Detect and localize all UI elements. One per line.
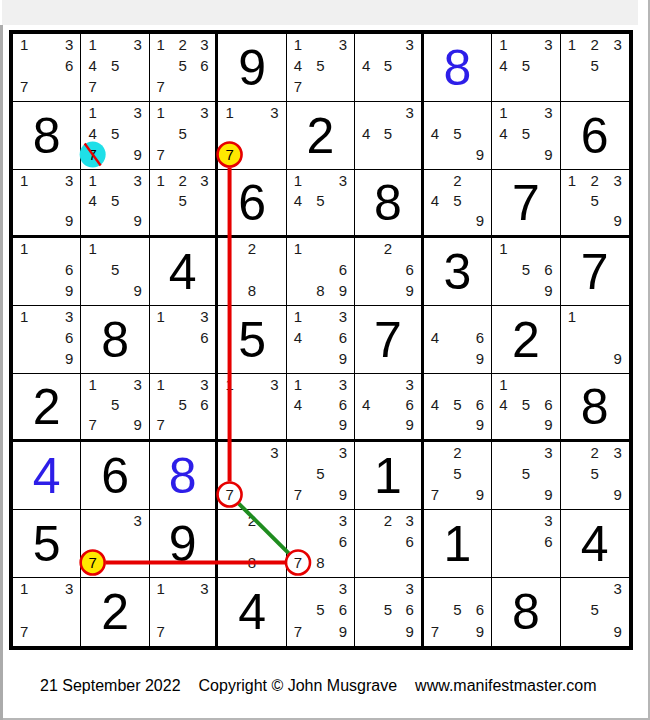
candidate-digit [13,280,35,301]
candidate-digit: 9 [58,211,80,231]
candidate-digit [309,578,331,599]
pencil-marks: 359 [561,578,629,642]
candidate-digit [446,578,468,599]
candidate-digit: 2 [241,510,263,531]
cell-r4c8[interactable]: 1569 [492,238,560,306]
candidate-digit [126,55,148,76]
candidate-digit: 7 [287,484,309,505]
pencil-marks: 345 [355,102,420,165]
candidate-digit [13,327,35,348]
candidate-digit [515,102,537,123]
candidate-digit [218,510,240,531]
cell-r5c6[interactable]: 7 [355,306,423,374]
solved-digit: 8 [101,315,129,365]
cell-r9c1[interactable]: 137 [13,578,81,646]
pencil-marks: 269 [355,238,420,301]
candidate-digit [287,599,309,620]
cell-r1c2[interactable]: 13457 [81,34,149,102]
candidate-digit [377,578,399,599]
cell-r2c8[interactable]: 13459 [492,102,560,170]
pencil-marks: 459 [424,102,491,165]
candidate-digit [172,348,194,369]
candidate-digit: 5 [515,123,537,144]
candidate-digit: 6 [194,327,216,348]
cell-r6c4[interactable]: 13 [218,374,286,442]
cell-r3c7[interactable]: 2459 [424,170,492,238]
candidate-digit [150,211,172,231]
cell-r6c3[interactable]: 13567 [150,374,218,442]
candidate-digit [377,34,399,55]
candidate-digit: 1 [150,374,172,394]
candidate-digit: 4 [81,123,103,144]
cell-r6c5[interactable]: 13469 [287,374,355,442]
cell-r2c7[interactable]: 459 [424,102,492,170]
candidate-digit: 7 [13,621,35,642]
candidate-digit [309,348,331,369]
cell-r9c4[interactable]: 4 [218,578,286,646]
cell-r1c3[interactable]: 123567 [150,34,218,102]
cell-r5c8[interactable]: 2 [492,306,560,374]
cell-r4c3[interactable]: 4 [150,238,218,306]
candidate-digit [606,55,629,76]
candidate-digit [287,531,309,552]
pencil-marks: 4569 [424,374,491,435]
candidate-digit [287,348,309,369]
candidate-digit: 9 [537,144,559,165]
pencil-marks: 345 [355,34,420,97]
candidate-digit [81,510,103,531]
candidate-digit [583,306,606,327]
cell-r6c9[interactable]: 8 [561,374,629,442]
cell-r3c9[interactable]: 12359 [561,170,629,238]
candidate-digit [263,463,285,484]
cell-r5c1[interactable]: 1369 [13,306,81,374]
candidate-digit [561,578,584,599]
candidate-digit [309,327,331,348]
candidate-digit [515,552,537,573]
candidate-digit [35,327,57,348]
cell-r1c6[interactable]: 345 [355,34,423,102]
cell-r1c4[interactable]: 9 [218,34,286,102]
candidate-digit [218,442,240,463]
candidate-digit: 5 [104,190,126,210]
cell-r3c5[interactable]: 1345 [287,170,355,238]
candidate-digit: 6 [332,531,354,552]
cell-r6c2[interactable]: 13579 [81,374,149,442]
candidate-digit [150,190,172,210]
pencil-marks: 28 [218,238,285,301]
candidate-digit [35,55,57,76]
candidate-digit [537,552,559,573]
cell-r2c3[interactable]: 1357 [150,102,218,170]
pencil-marks: 13457 [287,34,354,97]
cell-r1c1[interactable]: 1367 [13,34,81,102]
candidate-digit [446,211,468,231]
candidate-digit [241,102,263,123]
cell-r6c6[interactable]: 3469 [355,374,423,442]
cell-r2c2[interactable]: 134579 [81,102,149,170]
cell-r1c7[interactable]: 8 [424,34,492,102]
candidate-digit: 9 [399,621,421,642]
candidate-digit [287,211,309,231]
cell-r8c3[interactable]: 9 [150,510,218,578]
solved-digit: 2 [307,111,335,161]
pencil-marks: 13459 [492,102,559,165]
cell-r5c5[interactable]: 13469 [287,306,355,374]
candidate-digit: 8 [241,280,263,301]
candidate-digit: 5 [172,394,194,414]
pencil-marks: 139 [13,170,80,231]
candidate-digit [309,531,331,552]
candidate-digit: 9 [332,348,354,369]
cell-r7c9[interactable]: 2359 [561,442,629,510]
candidate-digit: 5 [309,55,331,76]
candidate-digit: 7 [81,552,103,573]
candidate-digit [150,55,172,76]
candidate-digit [399,55,421,76]
candidate-digit [194,123,216,144]
candidate-digit [263,280,285,301]
candidate-digit [126,238,148,259]
candidate-digit [309,34,331,55]
candidate-digit: 4 [492,55,514,76]
candidate-digit [172,211,194,231]
candidate-digit: 7 [81,415,103,435]
pencil-marks: 137 [218,102,285,165]
candidate-digit: 3 [126,34,148,55]
cell-r3c2[interactable]: 13459 [81,170,149,238]
candidate-digit: 3 [332,306,354,327]
cell-r5c4[interactable]: 5 [218,306,286,374]
candidate-digit [355,34,377,55]
candidate-digit: 1 [492,102,514,123]
solved-digit: 2 [101,587,129,637]
candidate-digit [446,306,468,327]
cell-r1c5[interactable]: 13457 [287,34,355,102]
candidate-digit [446,102,468,123]
cell-r8c7[interactable]: 1 [424,510,492,578]
pencil-marks: 137 [150,578,215,642]
candidate-digit [218,552,240,573]
cell-r4c7[interactable]: 3 [424,238,492,306]
candidate-digit [287,510,309,531]
candidate-digit: 4 [287,190,309,210]
candidate-digit [150,327,172,348]
cell-r8c4[interactable]: 28 [218,510,286,578]
candidate-digit [492,144,514,165]
solved-digit: 4 [238,587,266,637]
candidate-digit [355,374,377,394]
candidate-digit: 1 [561,306,584,327]
candidate-digit [194,415,216,435]
candidate-digit [218,531,240,552]
candidate-digit [35,76,57,97]
cell-r4c1[interactable]: 169 [13,238,81,306]
candidate-digit: 5 [446,123,468,144]
candidate-digit: 6 [58,327,80,348]
cell-r7c2[interactable]: 6 [81,442,149,510]
candidate-digit [583,621,606,642]
cell-r4c9[interactable]: 7 [561,238,629,306]
candidate-digit: 3 [263,374,285,394]
candidate-digit [309,259,331,280]
candidate-digit [35,280,57,301]
pencil-marks: 37 [218,442,285,505]
cell-r2c5[interactable]: 2 [287,102,355,170]
candidate-digit: 1 [13,34,35,55]
cell-r1c9[interactable]: 1235 [561,34,629,102]
candidate-digit [104,374,126,394]
candidate-digit: 1 [150,34,172,55]
candidate-digit [606,599,629,620]
candidate-digit [309,415,331,435]
cell-r4c2[interactable]: 159 [81,238,149,306]
cell-r2c9[interactable]: 6 [561,102,629,170]
pencil-marks: 1235 [150,170,215,231]
candidate-digit [194,76,216,97]
candidate-digit [35,599,57,620]
pencil-marks: 28 [218,510,285,573]
candidate-digit [126,531,148,552]
cell-r8c8[interactable]: 36 [492,510,560,578]
cell-r2c1[interactable]: 8 [13,102,81,170]
candidate-digit [561,463,584,484]
cell-r1c8[interactable]: 1345 [492,34,560,102]
candidate-digit: 1 [81,170,103,190]
candidate-digit [309,170,331,190]
cell-r4c6[interactable]: 269 [355,238,423,306]
candidate-digit: 3 [332,510,354,531]
candidate-digit: 3 [126,510,148,531]
candidate-digit: 9 [469,211,491,231]
candidate-digit [537,463,559,484]
candidate-digit [424,170,446,190]
candidate-digit: 1 [561,34,584,55]
candidate-digit [583,76,606,97]
candidate-digit [13,211,35,231]
candidate-digit: 3 [332,442,354,463]
cell-r7c1[interactable]: 4 [13,442,81,510]
candidate-digit: 3 [126,102,148,123]
candidate-digit: 6 [194,55,216,76]
cell-r5c9[interactable]: 19 [561,306,629,374]
candidate-digit [492,531,514,552]
cell-r8c1[interactable]: 5 [13,510,81,578]
candidate-digit: 4 [287,55,309,76]
candidate-digit: 1 [218,374,240,394]
candidate-digit [172,621,194,642]
candidate-digit [561,55,584,76]
cell-r7c3[interactable]: 8 [150,442,218,510]
pencil-marks: 13457 [81,34,148,97]
pencil-marks: 1369 [13,306,80,369]
candidate-digit [515,34,537,55]
candidate-digit [583,484,606,505]
pencil-marks: 134579 [81,102,148,165]
cell-r6c8[interactable]: 14569 [492,374,560,442]
candidate-digit [561,327,584,348]
candidate-digit [355,510,377,531]
candidate-digit: 3 [332,578,354,599]
candidate-digit [515,415,537,435]
cell-r9c2[interactable]: 2 [81,578,149,646]
cell-r9c3[interactable]: 137 [150,578,218,646]
candidate-digit: 5 [583,55,606,76]
candidate-digit [492,259,514,280]
cell-r5c7[interactable]: 469 [424,306,492,374]
cell-r7c5[interactable]: 3579 [287,442,355,510]
pencil-marks: 13469 [287,306,354,369]
candidate-digit [355,415,377,435]
candidate-digit [241,374,263,394]
candidate-digit: 5 [446,599,468,620]
candidate-digit [446,327,468,348]
cell-r8c9[interactable]: 4 [561,510,629,578]
candidate-digit: 7 [287,621,309,642]
cell-r3c6[interactable]: 8 [355,170,423,238]
candidate-digit [377,259,399,280]
candidate-digit [104,280,126,301]
candidate-digit: 1 [150,170,172,190]
candidate-digit: 6 [332,599,354,620]
candidate-digit: 9 [126,415,148,435]
cell-r8c2[interactable]: 37 [81,510,149,578]
solved-digit: 2 [512,315,540,365]
candidate-digit [515,144,537,165]
candidate-digit [35,348,57,369]
solved-digit: 7 [512,178,540,228]
cell-r6c1[interactable]: 2 [13,374,81,442]
candidate-digit [287,442,309,463]
cell-r7c8[interactable]: 359 [492,442,560,510]
candidate-digit: 5 [104,55,126,76]
candidate-digit: 9 [399,415,421,435]
candidate-digit: 3 [606,442,629,463]
candidate-digit [263,238,285,259]
cell-r2c6[interactable]: 345 [355,102,423,170]
candidate-digit: 8 [309,552,331,573]
candidate-digit [218,259,240,280]
cell-r7c6[interactable]: 1 [355,442,423,510]
pencil-marks: 1689 [287,238,354,301]
candidate-digit: 9 [469,621,491,642]
candidate-digit: 1 [13,170,35,190]
candidate-digit [218,394,240,414]
cell-r3c8[interactable]: 7 [492,170,560,238]
cell-r4c4[interactable]: 28 [218,238,286,306]
solved-digit: 7 [374,315,402,365]
candidate-digit [492,442,514,463]
candidate-digit: 9 [537,415,559,435]
candidate-digit [377,102,399,123]
cell-r9c7[interactable]: 5679 [424,578,492,646]
candidate-digit: 2 [377,238,399,259]
candidate-digit [446,374,468,394]
candidate-digit [424,306,446,327]
cell-r8c5[interactable]: 3678 [287,510,355,578]
cell-r9c8[interactable]: 8 [492,578,560,646]
pencil-marks: 35679 [287,578,354,642]
candidate-digit [446,415,468,435]
sudoku-board[interactable]: 1367134571235679134573458134512358134579… [9,30,633,650]
candidate-digit [561,211,584,231]
candidate-digit [561,76,584,97]
candidate-digit: 1 [492,238,514,259]
candidate-digit [355,238,377,259]
candidate-digit [58,621,80,642]
candidate-digit [35,578,57,599]
cell-r9c6[interactable]: 3569 [355,578,423,646]
candidate-digit [218,280,240,301]
candidate-digit [309,211,331,231]
candidate-digit: 1 [492,374,514,394]
candidate-digit [104,211,126,231]
candidate-digit [606,190,629,210]
candidate-digit: 9 [606,484,629,505]
candidate-digit: 3 [399,578,421,599]
cell-r3c4[interactable]: 6 [218,170,286,238]
candidate-digit [150,348,172,369]
solved-digit: 1 [443,519,471,569]
pencil-marks: 3579 [287,442,354,505]
candidate-digit: 5 [515,394,537,414]
solved-digit: 6 [581,111,609,161]
candidate-digit [469,170,491,190]
candidate-digit [309,76,331,97]
candidate-digit: 6 [469,327,491,348]
solved-digit: 5 [33,519,61,569]
solved-digit: 1 [374,451,402,501]
pencil-marks: 37 [81,510,148,573]
candidate-digit [424,348,446,369]
cell-r7c7[interactable]: 2579 [424,442,492,510]
cell-r5c2[interactable]: 8 [81,306,149,374]
candidate-digit [332,552,354,573]
candidate-digit: 7 [13,76,35,97]
candidate-digit: 6 [332,259,354,280]
candidate-digit [424,374,446,394]
candidate-digit [355,102,377,123]
pencil-marks: 136 [150,306,215,369]
candidate-digit: 6 [469,394,491,414]
candidate-digit: 1 [13,238,35,259]
pencil-marks: 169 [13,238,80,301]
candidate-digit [104,102,126,123]
cell-r3c3[interactable]: 1235 [150,170,218,238]
candidate-digit [355,578,377,599]
cell-r2c4[interactable]: 137 [218,102,286,170]
cell-r7c4[interactable]: 37 [218,442,286,510]
candidate-digit [561,190,584,210]
candidate-digit: 1 [218,102,240,123]
cell-r9c9[interactable]: 359 [561,578,629,646]
cell-r3c1[interactable]: 139 [13,170,81,238]
candidate-digit: 3 [194,578,216,599]
candidate-digit [332,211,354,231]
candidate-digit: 9 [469,415,491,435]
candidate-digit: 2 [583,442,606,463]
candidate-digit: 3 [606,170,629,190]
cell-r6c7[interactable]: 4569 [424,374,492,442]
cell-r5c3[interactable]: 136 [150,306,218,374]
cell-r8c6[interactable]: 236 [355,510,423,578]
candidate-digit: 5 [309,190,331,210]
candidate-digit [492,484,514,505]
candidate-digit [377,531,399,552]
candidate-digit: 1 [492,34,514,55]
cell-r4c5[interactable]: 1689 [287,238,355,306]
cell-r9c5[interactable]: 35679 [287,578,355,646]
